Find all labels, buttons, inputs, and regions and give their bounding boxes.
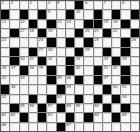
black-cell	[121, 20, 129, 28]
black-cell	[103, 104, 111, 112]
clue-number: 31	[29, 57, 34, 61]
clue-number: 61	[2, 113, 7, 117]
white-cell[interactable]	[10, 95, 18, 103]
clue-number: 8	[122, 1, 124, 5]
black-cell	[38, 104, 46, 112]
black-cell	[47, 20, 55, 28]
white-cell[interactable]	[47, 85, 55, 93]
white-cell[interactable]	[94, 1, 102, 9]
clue-number: 49	[66, 85, 71, 89]
white-cell[interactable]	[57, 113, 65, 121]
black-cell	[66, 10, 74, 18]
white-cell[interactable]: 39	[38, 66, 46, 74]
clue-number: 13	[57, 20, 62, 24]
white-cell[interactable]: 57	[47, 104, 55, 112]
clue-number: 9	[48, 10, 50, 14]
clue-number: 37	[11, 66, 16, 70]
clue-number: 64	[94, 113, 99, 117]
clue-number: 28	[48, 48, 53, 52]
black-cell	[66, 113, 74, 121]
black-cell	[47, 66, 55, 74]
white-cell[interactable]	[29, 113, 37, 121]
black-cell	[94, 95, 102, 103]
black-cell	[75, 76, 83, 84]
white-cell[interactable]	[84, 76, 92, 84]
black-cell	[57, 104, 65, 112]
white-cell[interactable]	[103, 123, 111, 131]
clue-number: 6	[85, 1, 87, 5]
white-cell[interactable]: 36	[1, 66, 9, 74]
clue-number: 24	[39, 38, 44, 42]
black-cell	[94, 10, 102, 18]
white-cell[interactable]	[75, 85, 83, 93]
black-cell	[84, 20, 92, 28]
black-cell	[29, 95, 37, 103]
white-cell[interactable]	[84, 123, 92, 131]
clue-number: 38	[29, 66, 34, 70]
white-cell[interactable]	[75, 123, 83, 131]
white-cell[interactable]: 24	[38, 38, 46, 46]
black-cell	[103, 85, 111, 93]
white-cell[interactable]: 40	[75, 66, 83, 74]
clue-number: 12	[20, 20, 25, 24]
white-cell[interactable]: 29	[84, 48, 92, 56]
clue-number: 1	[2, 1, 4, 5]
white-cell[interactable]: 9	[47, 10, 55, 18]
white-cell[interactable]	[103, 10, 111, 18]
black-cell	[84, 38, 92, 46]
black-cell	[1, 10, 9, 18]
black-cell	[75, 95, 83, 103]
white-cell[interactable]: 30	[20, 57, 28, 65]
clue-number: 7	[103, 1, 105, 5]
white-cell[interactable]	[29, 123, 37, 131]
white-cell[interactable]	[47, 123, 55, 131]
clue-number: 54	[122, 95, 127, 99]
white-cell[interactable]	[29, 10, 37, 18]
white-cell[interactable]	[10, 20, 18, 28]
white-cell[interactable]: 63	[47, 113, 55, 121]
white-cell[interactable]: 46	[66, 76, 74, 84]
black-cell	[131, 29, 139, 37]
black-cell	[66, 38, 74, 46]
black-cell	[29, 48, 37, 56]
clue-number: 2	[11, 1, 13, 5]
white-cell[interactable]: 26	[131, 38, 139, 46]
white-cell[interactable]	[112, 76, 120, 84]
clue-number: 59	[76, 104, 81, 108]
clue-number: 17	[20, 29, 25, 33]
white-cell[interactable]	[66, 95, 74, 103]
white-cell[interactable]	[1, 29, 9, 37]
clue-number: 26	[131, 38, 136, 42]
clue-number: 19	[48, 29, 53, 33]
white-cell[interactable]	[84, 10, 92, 18]
clue-number: 58	[66, 104, 71, 108]
white-cell[interactable]	[75, 20, 83, 28]
black-cell	[38, 57, 46, 65]
white-cell[interactable]: 50	[112, 85, 120, 93]
black-cell	[66, 57, 74, 65]
white-cell[interactable]	[131, 20, 139, 28]
white-cell[interactable]	[94, 85, 102, 93]
white-cell[interactable]: 27	[38, 48, 46, 56]
white-cell[interactable]: 55	[20, 104, 28, 112]
white-cell[interactable]: 28	[47, 48, 55, 56]
white-cell[interactable]: 1	[1, 1, 9, 9]
black-cell	[94, 76, 102, 84]
black-cell	[112, 10, 120, 18]
white-cell[interactable]: 64	[94, 113, 102, 121]
white-cell[interactable]: 47	[103, 76, 111, 84]
white-cell[interactable]	[29, 85, 37, 93]
white-cell[interactable]	[103, 38, 111, 46]
white-cell[interactable]: 14	[66, 20, 74, 28]
white-cell[interactable]: 53	[57, 95, 65, 103]
white-cell[interactable]	[84, 85, 92, 93]
clue-number: 32	[48, 57, 53, 61]
clue-number: 39	[39, 66, 44, 70]
white-cell[interactable]	[66, 48, 74, 56]
black-cell	[20, 10, 28, 18]
white-cell[interactable]	[103, 95, 111, 103]
black-cell	[66, 66, 74, 74]
black-cell	[75, 29, 83, 37]
white-cell[interactable]	[121, 29, 129, 37]
white-cell[interactable]	[29, 76, 37, 84]
white-cell[interactable]: 60	[94, 104, 102, 112]
black-cell	[131, 10, 139, 18]
white-cell[interactable]: 33	[75, 57, 83, 65]
black-cell	[121, 66, 129, 74]
white-cell[interactable]: 10	[75, 10, 83, 18]
white-cell[interactable]: 31	[29, 57, 37, 65]
black-cell	[38, 113, 46, 121]
clue-number: 66	[2, 123, 7, 127]
black-cell	[75, 48, 83, 56]
black-cell	[94, 20, 102, 28]
white-cell[interactable]	[121, 123, 129, 131]
white-cell[interactable]: 44	[20, 76, 28, 84]
clue-number: 46	[66, 76, 71, 80]
white-cell[interactable]: 34	[103, 57, 111, 65]
white-cell[interactable]	[38, 1, 46, 9]
clue-number: 40	[76, 66, 81, 70]
white-cell[interactable]: 6	[84, 1, 92, 9]
black-cell	[112, 113, 120, 121]
crossword-board: 1234567891011121314151617181920212223242…	[0, 0, 140, 132]
clue-number: 43	[2, 76, 7, 80]
black-cell	[20, 113, 28, 121]
white-cell[interactable]: 16	[112, 20, 120, 28]
clue-number: 33	[76, 57, 81, 61]
white-cell[interactable]	[38, 20, 46, 28]
white-cell[interactable]	[75, 38, 83, 46]
white-cell[interactable]: 54	[121, 95, 129, 103]
white-cell[interactable]	[57, 57, 65, 65]
black-cell	[57, 123, 65, 131]
black-cell	[38, 29, 46, 37]
white-cell[interactable]	[131, 57, 139, 65]
clue-number: 22	[113, 29, 118, 33]
white-cell[interactable]	[121, 10, 129, 18]
black-cell	[75, 1, 83, 9]
white-cell[interactable]: 18	[29, 29, 37, 37]
white-cell[interactable]	[57, 29, 65, 37]
clue-number: 44	[20, 76, 25, 80]
white-cell[interactable]: 49	[66, 85, 74, 93]
clue-number: 65	[122, 113, 127, 117]
white-cell[interactable]: 4	[47, 1, 55, 9]
clue-number: 20	[85, 29, 90, 33]
clue-number: 25	[94, 38, 99, 42]
white-cell[interactable]	[84, 66, 92, 74]
white-cell[interactable]	[29, 38, 37, 46]
white-cell[interactable]	[131, 123, 139, 131]
white-cell[interactable]	[1, 57, 9, 65]
black-cell	[47, 38, 55, 46]
clue-number: 50	[113, 85, 118, 89]
white-cell[interactable]	[84, 57, 92, 65]
white-cell[interactable]	[38, 76, 46, 84]
white-cell[interactable]: 35	[121, 57, 129, 65]
white-cell[interactable]	[94, 123, 102, 131]
white-cell[interactable]: 7	[103, 1, 111, 9]
white-cell[interactable]: 61	[1, 113, 9, 121]
white-cell[interactable]: 58	[66, 104, 74, 112]
white-cell[interactable]	[1, 48, 9, 56]
white-cell[interactable]: 45	[57, 76, 65, 84]
white-cell[interactable]: 22	[112, 29, 120, 37]
white-cell[interactable]	[20, 48, 28, 56]
white-cell[interactable]: 66	[1, 123, 9, 131]
white-cell[interactable]	[112, 1, 120, 9]
black-cell	[10, 29, 18, 37]
white-cell[interactable]: 5	[57, 1, 65, 9]
black-cell	[84, 113, 92, 121]
white-cell[interactable]	[66, 1, 74, 9]
white-cell[interactable]	[94, 48, 102, 56]
white-cell[interactable]: 15	[103, 20, 111, 28]
white-cell[interactable]	[20, 123, 28, 131]
white-cell[interactable]: 52	[1, 95, 9, 103]
clue-number: 55	[20, 104, 25, 108]
white-cell[interactable]	[38, 85, 46, 93]
white-cell[interactable]: 19	[47, 29, 55, 37]
black-cell	[112, 95, 120, 103]
white-cell[interactable]: 2	[10, 1, 18, 9]
white-cell[interactable]	[57, 48, 65, 56]
white-cell[interactable]	[66, 29, 74, 37]
white-cell[interactable]	[131, 1, 139, 9]
white-cell[interactable]: 65	[121, 113, 129, 121]
white-cell[interactable]: 23	[1, 38, 9, 46]
white-cell[interactable]: 8	[121, 1, 129, 9]
white-cell[interactable]	[38, 95, 46, 103]
black-cell	[121, 76, 129, 84]
black-cell	[38, 10, 46, 18]
white-cell[interactable]	[38, 123, 46, 131]
white-cell[interactable]: 42	[112, 66, 120, 74]
clue-number: 16	[113, 20, 118, 24]
clue-number: 45	[57, 76, 62, 80]
white-cell[interactable]: 48	[10, 85, 18, 93]
white-cell[interactable]: 3	[29, 1, 37, 9]
white-cell[interactable]	[131, 113, 139, 121]
clue-number: 4	[48, 1, 50, 5]
black-cell	[121, 38, 129, 46]
white-cell[interactable]	[131, 85, 139, 93]
black-cell	[47, 76, 55, 84]
clue-number: 56	[29, 104, 34, 108]
white-cell[interactable]: 21	[94, 29, 102, 37]
clue-number: 52	[2, 95, 7, 99]
clue-number: 3	[29, 1, 31, 5]
clue-number: 51	[122, 85, 127, 89]
white-cell[interactable]	[20, 38, 28, 46]
white-cell[interactable]: 56	[29, 104, 37, 112]
white-cell[interactable]	[75, 113, 83, 121]
white-cell[interactable]	[20, 85, 28, 93]
clue-number: 42	[113, 66, 118, 70]
black-cell	[121, 48, 129, 56]
black-cell	[47, 95, 55, 103]
white-cell[interactable]: 43	[1, 76, 9, 84]
clue-number: 48	[11, 85, 16, 89]
black-cell	[20, 66, 28, 74]
white-cell[interactable]	[10, 123, 18, 131]
clue-number: 36	[2, 66, 7, 70]
clue-number: 60	[94, 104, 99, 108]
white-cell[interactable]	[112, 38, 120, 46]
clue-number: 10	[76, 10, 81, 14]
white-cell[interactable]	[10, 10, 18, 18]
clue-number: 21	[94, 29, 99, 33]
white-cell[interactable]	[84, 104, 92, 112]
white-cell[interactable]	[112, 48, 120, 56]
clue-number: 67	[66, 123, 71, 127]
white-cell[interactable]: 32	[47, 57, 55, 65]
clue-number: 15	[103, 20, 108, 24]
white-cell[interactable]: 59	[75, 104, 83, 112]
white-cell[interactable]: 11	[1, 20, 9, 28]
black-cell	[10, 57, 18, 65]
white-cell[interactable]	[131, 104, 139, 112]
black-cell	[10, 48, 18, 56]
black-cell	[112, 57, 120, 65]
clue-number: 47	[103, 76, 108, 80]
white-cell[interactable]	[131, 48, 139, 56]
white-cell[interactable]	[10, 76, 18, 84]
clue-number: 29	[85, 48, 90, 52]
white-cell[interactable]: 12	[20, 20, 28, 28]
white-cell[interactable]	[20, 95, 28, 103]
black-cell	[103, 29, 111, 37]
clue-number: 57	[48, 104, 53, 108]
white-cell[interactable]	[57, 10, 65, 18]
black-cell	[57, 85, 65, 93]
white-cell[interactable]: 51	[121, 85, 129, 93]
white-cell[interactable]	[112, 104, 120, 112]
white-cell[interactable]	[103, 113, 111, 121]
white-cell[interactable]	[84, 95, 92, 103]
clue-number: 34	[103, 57, 108, 61]
clue-number: 18	[29, 29, 34, 33]
black-cell	[121, 104, 129, 112]
black-cell	[29, 20, 37, 28]
white-cell[interactable]: 37	[10, 66, 18, 74]
white-cell[interactable]: 38	[29, 66, 37, 74]
white-cell[interactable]	[131, 95, 139, 103]
white-cell[interactable]: 62	[10, 113, 18, 121]
clue-number: 35	[122, 57, 127, 61]
clue-number: 62	[11, 113, 16, 117]
white-cell[interactable]	[131, 66, 139, 74]
white-cell[interactable]: 25	[94, 38, 102, 46]
black-cell	[103, 48, 111, 56]
clue-number: 30	[20, 57, 25, 61]
white-cell[interactable]: 20	[84, 29, 92, 37]
white-cell[interactable]	[131, 76, 139, 84]
clue-number: 14	[66, 20, 71, 24]
black-cell	[94, 66, 102, 74]
crossword-puzzle: 1234567891011121314151617181920212223242…	[0, 0, 140, 132]
white-cell[interactable]	[20, 1, 28, 9]
white-cell[interactable]	[1, 104, 9, 112]
white-cell[interactable]	[94, 57, 102, 65]
clue-number: 53	[57, 95, 62, 99]
clue-number: 27	[39, 48, 44, 52]
clue-number: 11	[2, 20, 7, 24]
clue-number: 63	[48, 113, 53, 117]
clue-number: 5	[57, 1, 59, 5]
white-cell[interactable]: 67	[66, 123, 74, 131]
white-cell[interactable]	[10, 38, 18, 46]
white-cell[interactable]: 17	[20, 29, 28, 37]
black-cell	[10, 104, 18, 112]
clue-number: 23	[2, 38, 7, 42]
white-cell[interactable]	[57, 66, 65, 74]
white-cell[interactable]	[112, 123, 120, 131]
white-cell[interactable]: 13	[57, 20, 65, 28]
white-cell[interactable]: 41	[103, 66, 111, 74]
white-cell[interactable]	[57, 38, 65, 46]
clue-number: 41	[103, 66, 108, 70]
black-cell	[1, 85, 9, 93]
